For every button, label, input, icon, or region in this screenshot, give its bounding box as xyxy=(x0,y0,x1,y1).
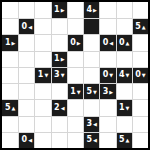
clue-number: 0 xyxy=(103,39,109,47)
arrow-right-icon: ▶ xyxy=(109,90,113,95)
clue-cell-r4c8: 0▼ xyxy=(132,67,148,83)
clue-number: 1 xyxy=(119,104,125,112)
cell-r1c2[interactable] xyxy=(34,18,50,34)
clue-cell-r1c8: 5▲ xyxy=(132,18,148,34)
cell-r0c2[interactable] xyxy=(34,2,50,18)
clue-number: 0 xyxy=(135,71,141,79)
cell-r2c8[interactable] xyxy=(132,34,148,50)
clue-number: 0 xyxy=(103,71,109,79)
cell-r8c4[interactable] xyxy=(67,132,83,148)
cell-r0c4[interactable] xyxy=(67,2,83,18)
clue-cell-r0c5: 4▶ xyxy=(83,2,99,18)
cell-r8c0[interactable] xyxy=(2,132,18,148)
arrow-up-icon: ▲ xyxy=(11,106,15,111)
arrow-down-icon: ▼ xyxy=(77,90,81,95)
cell-r8c8[interactable] xyxy=(132,132,148,148)
cell-r0c7[interactable] xyxy=(116,2,132,18)
cell-r7c3[interactable] xyxy=(51,116,67,132)
cell-r3c0[interactable] xyxy=(2,51,18,67)
puzzle-board: 1▶4▶0◀5▲1▶0▶0◀0▲1▶1▼3▼0▼4▼0▼1▼5▼3▶5▲2◀1▼… xyxy=(0,0,150,150)
clue-number: 3 xyxy=(54,71,60,79)
arrow-up-icon: ▲ xyxy=(126,41,130,46)
arrow-down-icon: ▼ xyxy=(126,106,130,111)
cell-r6c2[interactable] xyxy=(34,99,50,115)
clue-number: 3 xyxy=(103,88,109,96)
arrow-down-icon: ▼ xyxy=(126,73,130,78)
clue-number: 1 xyxy=(54,55,60,63)
cell-r5c2[interactable] xyxy=(34,83,50,99)
clue-cell-r8c1: 0◀ xyxy=(18,132,34,148)
cell-r5c7[interactable] xyxy=(116,83,132,99)
clue-number: 0 xyxy=(119,39,125,47)
arrow-down-icon: ▼ xyxy=(61,73,65,78)
arrow-up-icon: ▲ xyxy=(142,25,146,30)
cell-r5c8[interactable] xyxy=(132,83,148,99)
cell-r7c6[interactable] xyxy=(99,116,115,132)
cell-r7c0[interactable] xyxy=(2,116,18,132)
clue-number: 5 xyxy=(135,23,141,31)
clue-number: 3 xyxy=(87,120,93,128)
cell-r8c6[interactable] xyxy=(99,132,115,148)
clue-cell-r2c4: 0▶ xyxy=(67,34,83,50)
clue-number: 4 xyxy=(119,71,125,79)
clue-cell-r5c5: 5▼ xyxy=(83,83,99,99)
clue-cell-r7c5: 3◀ xyxy=(83,116,99,132)
clue-cell-r2c6: 0◀ xyxy=(99,34,115,50)
clue-number: 1 xyxy=(5,39,11,47)
arrow-left-icon: ◀ xyxy=(93,122,97,127)
clue-cell-r6c0: 5▲ xyxy=(2,99,18,115)
black-cell-r1c5 xyxy=(83,18,99,34)
clue-cell-r4c7: 4▼ xyxy=(116,67,132,83)
clue-number: 5 xyxy=(87,88,93,96)
arrow-left-icon: ◀ xyxy=(93,138,97,143)
clue-number: 5 xyxy=(119,136,125,144)
cell-r2c2[interactable] xyxy=(34,34,50,50)
clue-number: 5 xyxy=(5,104,11,112)
cell-r1c3[interactable] xyxy=(51,18,67,34)
clue-cell-r1c1: 0◀ xyxy=(18,18,34,34)
cell-r3c7[interactable] xyxy=(116,51,132,67)
cell-r4c5[interactable] xyxy=(83,67,99,83)
clue-cell-r4c6: 0▼ xyxy=(99,67,115,83)
cell-r6c4[interactable] xyxy=(67,99,83,115)
clue-cell-r4c2: 1▼ xyxy=(34,67,50,83)
cell-r6c6[interactable] xyxy=(99,99,115,115)
arrow-left-icon: ◀ xyxy=(61,106,65,111)
arrow-right-icon: ▶ xyxy=(77,41,81,46)
cell-r6c8[interactable] xyxy=(132,99,148,115)
cell-r3c2[interactable] xyxy=(34,51,50,67)
arrow-up-icon: ▲ xyxy=(126,138,130,143)
clue-number: 2 xyxy=(54,104,60,112)
cell-r2c1[interactable] xyxy=(18,34,34,50)
cell-r7c2[interactable] xyxy=(34,116,50,132)
arrow-left-icon: ◀ xyxy=(28,138,32,143)
cell-r2c5[interactable] xyxy=(83,34,99,50)
cell-r7c4[interactable] xyxy=(67,116,83,132)
arrow-down-icon: ▼ xyxy=(93,90,97,95)
cell-r6c5[interactable] xyxy=(83,99,99,115)
arrow-down-icon: ▼ xyxy=(142,73,146,78)
clue-cell-r6c3: 2◀ xyxy=(51,99,67,115)
cell-r3c5[interactable] xyxy=(83,51,99,67)
arrow-down-icon: ▼ xyxy=(44,73,48,78)
cell-r4c1[interactable] xyxy=(18,67,34,83)
cell-r6c1[interactable] xyxy=(18,99,34,115)
clue-cell-r4c3: 3▼ xyxy=(51,67,67,83)
cell-r7c7[interactable] xyxy=(116,116,132,132)
clue-cell-r8c5: 5◀ xyxy=(83,132,99,148)
clue-number: 1 xyxy=(70,88,76,96)
clue-cell-r3c3: 1▶ xyxy=(51,51,67,67)
cell-r8c3[interactable] xyxy=(51,132,67,148)
cell-r1c6[interactable] xyxy=(99,18,115,34)
cell-r0c8[interactable] xyxy=(132,2,148,18)
cell-r7c1[interactable] xyxy=(18,116,34,132)
arrow-left-icon: ◀ xyxy=(109,41,113,46)
cell-r2c3[interactable] xyxy=(51,34,67,50)
clue-number: 4 xyxy=(87,6,93,14)
clue-number: 1 xyxy=(38,71,44,79)
cell-r5c1[interactable] xyxy=(18,83,34,99)
clue-number: 1 xyxy=(54,6,60,14)
clue-number: 0 xyxy=(70,39,76,47)
cell-r0c6[interactable] xyxy=(99,2,115,18)
arrow-right-icon: ▶ xyxy=(93,8,97,13)
clue-number: 0 xyxy=(22,23,28,31)
clue-cell-r0c3: 1▶ xyxy=(51,2,67,18)
clue-cell-r5c4: 1▼ xyxy=(67,83,83,99)
clue-cell-r8c7: 5▲ xyxy=(116,132,132,148)
cell-r0c0[interactable] xyxy=(2,2,18,18)
clue-cell-r2c7: 0▲ xyxy=(116,34,132,50)
cell-r5c0[interactable] xyxy=(2,83,18,99)
cell-r8c2[interactable] xyxy=(34,132,50,148)
arrow-left-icon: ◀ xyxy=(28,25,32,30)
clue-cell-r2c0: 1▶ xyxy=(2,34,18,50)
clue-cell-r5c6: 3▶ xyxy=(99,83,115,99)
clue-cell-r6c7: 1▼ xyxy=(116,99,132,115)
arrow-right-icon: ▶ xyxy=(61,8,65,13)
arrow-right-icon: ▶ xyxy=(11,41,15,46)
cell-r5c3[interactable] xyxy=(51,83,67,99)
cell-r3c6[interactable] xyxy=(99,51,115,67)
cell-r1c7[interactable] xyxy=(116,18,132,34)
cell-r4c4[interactable] xyxy=(67,67,83,83)
cell-r3c4[interactable] xyxy=(67,51,83,67)
clue-number: 0 xyxy=(22,136,28,144)
cell-r7c8[interactable] xyxy=(132,116,148,132)
cell-r0c1[interactable] xyxy=(18,2,34,18)
clue-number: 5 xyxy=(87,136,93,144)
arrow-right-icon: ▶ xyxy=(61,57,65,62)
cell-r1c0[interactable] xyxy=(2,18,18,34)
arrow-down-icon: ▼ xyxy=(109,73,113,78)
cell-r4c0[interactable] xyxy=(2,67,18,83)
cell-r1c4[interactable] xyxy=(67,18,83,34)
cell-r3c1[interactable] xyxy=(18,51,34,67)
cell-r3c8[interactable] xyxy=(132,51,148,67)
